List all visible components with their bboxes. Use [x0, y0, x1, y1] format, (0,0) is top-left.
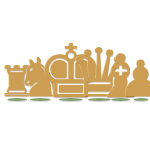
pawn-piece: ♟: [119, 54, 150, 101]
chess-pieces-photo: ♜ ♞ ♚ ♛ ♝ ♟: [0, 0, 150, 150]
pawn-icon: ♟: [119, 54, 150, 104]
felt-base: [133, 98, 148, 101]
